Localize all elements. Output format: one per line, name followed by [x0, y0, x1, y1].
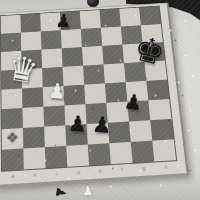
file-label-e: e — [89, 165, 111, 176]
square-a1 — [2, 148, 24, 170]
square-f8 — [100, 9, 121, 28]
file-label-f: f — [111, 164, 134, 175]
square-g2 — [129, 120, 152, 142]
square-d7 — [61, 29, 82, 48]
piece-black-pawn-d7: ♟ — [55, 12, 72, 31]
square-h8 — [139, 6, 161, 25]
captured-black-pawn: ♟ — [53, 186, 68, 200]
square-b8 — [20, 14, 40, 33]
square-b7 — [21, 31, 42, 50]
file-label-b: b — [24, 169, 46, 180]
square-d1 — [66, 145, 89, 167]
square-c2 — [44, 125, 66, 147]
square-b2 — [23, 127, 45, 149]
board-emblem: ❖ — [6, 131, 19, 146]
piece-white-pawn-c4: ♟ — [47, 81, 68, 104]
square-e7 — [81, 28, 102, 47]
rank-label-6: 6 — [0, 52, 1, 71]
square-h2 — [150, 119, 174, 141]
piece-black-pawn-d2: ♟ — [67, 113, 88, 136]
square-b3 — [22, 107, 44, 128]
square-f6 — [102, 45, 124, 65]
square-c3 — [43, 105, 65, 126]
rank-label-2: 2 — [0, 129, 2, 150]
photo-noise-dark — [0, 0, 1, 1]
square-h1 — [152, 139, 176, 161]
file-label-d: d — [67, 166, 89, 177]
rank-label-4: 4 — [0, 90, 2, 110]
square-e5 — [83, 64, 105, 84]
file-label-c: c — [46, 168, 68, 179]
square-b1 — [23, 147, 45, 169]
square-f7 — [101, 27, 123, 46]
square-g1 — [131, 141, 155, 163]
rank-label-5: 5 — [0, 71, 1, 90]
square-a8 — [1, 15, 21, 34]
square-a3 — [2, 108, 23, 129]
chessboard-photo: ❖ abcdefgh 87654321 ♟ ♚ ♛ ♟ ♟ ♟ ♟ ♟ ♟ — [0, 0, 200, 200]
file-label-a: a — [2, 170, 24, 181]
rank-label-1: 1 — [0, 150, 2, 171]
square-e8 — [80, 10, 101, 29]
file-label-h: h — [154, 161, 177, 172]
square-h4 — [146, 80, 169, 101]
file-label-g: g — [133, 162, 156, 173]
square-e1 — [88, 143, 111, 165]
piece-white-queen-a4: ♛ — [5, 50, 41, 89]
square-c1 — [45, 146, 67, 168]
square-e6 — [82, 46, 104, 66]
piece-black-pawn-e2: ♟ — [91, 114, 113, 138]
square-f1 — [109, 142, 132, 164]
square-d6 — [62, 47, 83, 67]
square-c7 — [41, 30, 62, 49]
chess-board: ❖ abcdefgh 87654321 — [0, 3, 189, 187]
rank-label-7: 7 — [0, 34, 1, 53]
square-f5 — [104, 63, 126, 83]
rank-label-8: 8 — [0, 16, 1, 34]
square-e4 — [84, 83, 106, 104]
captured-white-pawn: ♟ — [82, 184, 94, 197]
square-a2: ❖ — [2, 128, 24, 150]
rank-label-3: 3 — [0, 109, 2, 129]
square-a4 — [1, 88, 22, 109]
square-h3 — [148, 99, 171, 120]
square-g8 — [119, 8, 141, 27]
piece-black-pawn-f3: ♟ — [123, 91, 145, 114]
square-c6 — [41, 48, 62, 68]
